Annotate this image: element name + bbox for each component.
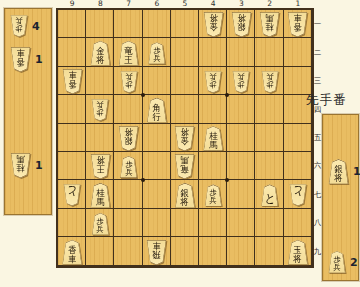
- file-label-7: 7: [114, 0, 142, 8]
- turn-indicator: 先手番: [306, 92, 347, 109]
- piece-kanji: 王: [96, 164, 104, 173]
- file-label-3: 3: [227, 0, 255, 8]
- piece-kanji: 兵: [266, 72, 273, 80]
- piece-sente-金将[interactable]: 金将: [90, 41, 111, 66]
- piece-sente-桂馬[interactable]: 桂馬: [90, 183, 111, 208]
- hand-entry-gote: 香車1: [10, 47, 43, 72]
- piece-kanji: 歩: [97, 108, 104, 116]
- piece-kanji: 行: [153, 113, 161, 122]
- piece-kanji: 将: [181, 198, 189, 207]
- piece-kanji: 銀: [124, 136, 132, 145]
- piece-kanji: 兵: [238, 72, 245, 80]
- piece-sente-玉将[interactable]: 玉将: [287, 240, 308, 265]
- file-label-8: 8: [86, 0, 114, 8]
- piece-kanji: 兵: [15, 16, 22, 24]
- hand-entry-gote: 桂馬1: [10, 153, 43, 178]
- piece-hand-sente-歩兵[interactable]: 歩兵: [328, 251, 346, 273]
- piece-kanji: と: [292, 185, 303, 199]
- piece-sente-歩兵[interactable]: 歩兵: [120, 156, 138, 178]
- piece-sente-歩兵[interactable]: 歩兵: [148, 42, 166, 64]
- piece-kanji: 兵: [97, 226, 104, 234]
- piece-gote-飛車[interactable]: 飛車: [146, 240, 167, 265]
- piece-gote-歩兵[interactable]: 歩兵: [204, 71, 222, 93]
- piece-kanji: 兵: [333, 264, 340, 272]
- file-label-6: 6: [143, 0, 171, 8]
- piece-kanji: 兵: [125, 72, 132, 80]
- shogi-diagram: 987654321 一二三四五六七八九 歩兵4香車1桂馬1 金将銀将桂馬香車金将…: [0, 0, 360, 287]
- piece-kanji: 将: [237, 13, 245, 22]
- piece-sente-と[interactable]: と: [261, 184, 279, 206]
- piece-hand-gote-桂馬[interactable]: 桂馬: [10, 153, 31, 178]
- piece-sente-角行[interactable]: 角行: [146, 98, 167, 123]
- piece-gote-香車[interactable]: 香車: [287, 12, 308, 37]
- rank-label: 八: [313, 209, 322, 237]
- rank-label: 二: [313, 38, 322, 66]
- piece-kanji: 将: [294, 255, 302, 264]
- hand-entry-sente: 銀将1: [328, 159, 360, 184]
- star-point: [225, 93, 229, 97]
- piece-kanji: 馬: [96, 198, 104, 207]
- piece-kanji: 将: [181, 127, 189, 136]
- piece-kanji: 兵: [97, 100, 104, 108]
- piece-kanji: 香: [68, 79, 76, 88]
- piece-gote-金将[interactable]: 金将: [174, 126, 195, 151]
- piece-kanji: 歩: [15, 24, 22, 32]
- piece-hand-gote-歩兵[interactable]: 歩兵: [10, 15, 28, 37]
- piece-kanji: 車: [153, 241, 161, 250]
- gote-captured-stand: 歩兵4香車1桂馬1: [4, 8, 52, 215]
- piece-kanji: 車: [68, 70, 76, 79]
- piece-kanji: 車: [16, 48, 24, 57]
- piece-gote-桂馬[interactable]: 桂馬: [259, 12, 280, 37]
- piece-sente-歩兵[interactable]: 歩兵: [91, 213, 109, 235]
- piece-gote-と[interactable]: と: [63, 184, 81, 206]
- piece-kanji: 金: [181, 136, 189, 145]
- file-label-9: 9: [58, 0, 86, 8]
- piece-hand-gote-香車[interactable]: 香車: [10, 47, 31, 72]
- shogi-board[interactable]: 金将銀将桂馬香車金将竜王歩兵香車歩兵歩兵歩兵歩兵歩兵角行銀将金将桂馬王将歩兵竜馬…: [56, 8, 314, 268]
- piece-kanji: 馬: [16, 154, 24, 163]
- rank-label: 五: [313, 124, 322, 152]
- piece-kanji: と: [66, 185, 77, 199]
- file-labels: 987654321: [58, 0, 312, 8]
- piece-gote-銀将[interactable]: 銀将: [231, 12, 252, 37]
- piece-kanji: 金: [209, 22, 217, 31]
- file-label-2: 2: [256, 0, 284, 8]
- piece-gote-と[interactable]: と: [289, 184, 307, 206]
- piece-kanji: 将: [334, 174, 342, 183]
- piece-gote-銀将[interactable]: 銀将: [118, 126, 139, 151]
- piece-kanji: 飛: [153, 250, 161, 259]
- star-point: [141, 178, 145, 182]
- piece-kanji: 車: [294, 13, 302, 22]
- piece-kanji: 兵: [125, 169, 132, 177]
- hand-count: 1: [35, 159, 43, 172]
- piece-kanji: 香: [16, 57, 24, 66]
- piece-kanji: 将: [96, 56, 104, 65]
- piece-sente-竜王[interactable]: 竜王: [118, 41, 139, 66]
- hand-count: 1: [353, 165, 360, 178]
- piece-kanji: 桂: [266, 22, 274, 31]
- piece-kanji: 桂: [16, 163, 24, 172]
- piece-kanji: 兵: [210, 197, 217, 205]
- piece-gote-歩兵[interactable]: 歩兵: [120, 71, 138, 93]
- hand-entry-gote: 歩兵4: [10, 15, 40, 37]
- piece-hand-sente-銀将[interactable]: 銀将: [328, 159, 349, 184]
- piece-kanji: 車: [68, 255, 76, 264]
- piece-kanji: 兵: [153, 55, 160, 63]
- hand-count: 1: [35, 53, 43, 66]
- piece-kanji: 将: [124, 127, 132, 136]
- piece-gote-歩兵[interactable]: 歩兵: [91, 99, 109, 121]
- file-label-1: 1: [284, 0, 312, 8]
- star-point: [141, 93, 145, 97]
- rank-label: 七: [313, 181, 322, 209]
- piece-kanji: 王: [124, 56, 132, 65]
- piece-kanji: 香: [294, 22, 302, 31]
- piece-kanji: と: [264, 191, 275, 205]
- piece-kanji: 馬: [209, 141, 217, 150]
- piece-kanji: 将: [96, 155, 104, 164]
- rank-labels: 一二三四五六七八九: [313, 10, 322, 266]
- rank-label: 一: [313, 10, 322, 38]
- piece-kanji: 将: [209, 13, 217, 22]
- sente-captured-stand: 銀将1歩兵2: [322, 114, 359, 281]
- hand-entry-sente: 歩兵2: [328, 251, 358, 273]
- piece-gote-香車[interactable]: 香車: [62, 69, 83, 94]
- hand-count: 2: [350, 256, 358, 269]
- star-point: [225, 178, 229, 182]
- piece-kanji: 馬: [266, 13, 274, 22]
- piece-gote-竜馬[interactable]: 竜馬: [174, 154, 195, 179]
- piece-gote-王将[interactable]: 王将: [90, 154, 111, 179]
- piece-kanji: 銀: [237, 22, 245, 31]
- piece-gote-歩兵[interactable]: 歩兵: [261, 71, 279, 93]
- piece-kanji: 竜: [181, 164, 189, 173]
- rank-label: 六: [313, 152, 322, 180]
- file-label-4: 4: [199, 0, 227, 8]
- piece-sente-銀将[interactable]: 銀将: [174, 183, 195, 208]
- rank-label: 九: [313, 238, 322, 266]
- hand-count: 4: [32, 20, 40, 33]
- piece-sente-桂馬[interactable]: 桂馬: [203, 126, 224, 151]
- piece-kanji: 馬: [181, 155, 189, 164]
- piece-sente-歩兵[interactable]: 歩兵: [204, 184, 222, 206]
- piece-kanji: 兵: [210, 72, 217, 80]
- piece-gote-歩兵[interactable]: 歩兵: [232, 71, 250, 93]
- piece-sente-香車[interactable]: 香車: [62, 240, 83, 265]
- file-label-5: 5: [171, 0, 199, 8]
- piece-gote-金将[interactable]: 金将: [203, 12, 224, 37]
